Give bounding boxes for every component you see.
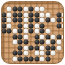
black-stone[interactable] [29, 45, 34, 50]
black-stone[interactable] [29, 56, 34, 61]
white-stone[interactable] [12, 56, 17, 61]
black-stone[interactable] [12, 18, 17, 23]
white-stone[interactable] [23, 18, 28, 23]
white-stone[interactable] [51, 18, 56, 23]
black-stone[interactable] [12, 12, 17, 17]
black-stone[interactable] [18, 29, 23, 34]
black-stone[interactable] [51, 40, 56, 45]
white-stone[interactable] [12, 29, 17, 34]
white-stone[interactable] [23, 29, 28, 34]
black-stone[interactable] [12, 34, 17, 39]
white-stone[interactable] [56, 45, 61, 50]
white-stone[interactable] [23, 34, 28, 39]
white-stone[interactable] [51, 51, 56, 56]
black-stone[interactable] [18, 7, 23, 12]
black-stone[interactable] [1, 12, 6, 17]
black-stone[interactable] [1, 18, 6, 23]
black-stone[interactable] [18, 12, 23, 17]
stones-layer [2, 2, 63, 63]
white-stone[interactable] [40, 56, 45, 61]
white-stone[interactable] [23, 12, 28, 17]
white-stone[interactable] [23, 45, 28, 50]
black-stone[interactable] [18, 34, 23, 39]
white-stone[interactable] [62, 12, 64, 17]
black-stone[interactable] [12, 7, 17, 12]
white-stone[interactable] [40, 18, 45, 23]
black-stone[interactable] [45, 51, 50, 56]
black-stone[interactable] [40, 23, 45, 28]
white-stone[interactable] [7, 12, 12, 17]
white-stone[interactable] [40, 51, 45, 56]
black-stone[interactable] [29, 29, 34, 34]
white-stone[interactable] [62, 34, 64, 39]
black-stone[interactable] [1, 23, 6, 28]
white-stone[interactable] [62, 18, 64, 23]
black-stone[interactable] [45, 56, 50, 61]
white-stone[interactable] [40, 45, 45, 50]
black-stone[interactable] [29, 12, 34, 17]
go-app-icon [0, 0, 65, 65]
white-stone[interactable] [62, 23, 64, 28]
black-stone[interactable] [23, 40, 28, 45]
white-stone[interactable] [34, 23, 39, 28]
white-stone[interactable] [51, 34, 56, 39]
white-stone[interactable] [45, 29, 50, 34]
white-stone[interactable] [23, 51, 28, 56]
black-stone[interactable] [40, 29, 45, 34]
black-stone[interactable] [1, 29, 6, 34]
white-stone[interactable] [45, 40, 50, 45]
white-stone[interactable] [7, 7, 12, 12]
black-stone[interactable] [18, 23, 23, 28]
black-stone[interactable] [18, 56, 23, 61]
white-stone[interactable] [40, 34, 45, 39]
black-stone[interactable] [34, 18, 39, 23]
black-stone[interactable] [18, 18, 23, 23]
white-stone[interactable] [34, 51, 39, 56]
black-stone[interactable] [34, 12, 39, 17]
black-stone[interactable] [34, 45, 39, 50]
black-stone[interactable] [34, 34, 39, 39]
black-stone[interactable] [18, 45, 23, 50]
black-stone[interactable] [45, 18, 50, 23]
white-stone[interactable] [40, 12, 45, 17]
white-stone[interactable] [7, 18, 12, 23]
black-stone[interactable] [56, 12, 61, 17]
black-stone[interactable] [29, 23, 34, 28]
black-stone[interactable] [18, 51, 23, 56]
black-stone[interactable] [34, 56, 39, 61]
black-stone[interactable] [45, 34, 50, 39]
black-stone[interactable] [56, 34, 61, 39]
white-stone[interactable] [7, 23, 12, 28]
black-stone[interactable] [23, 56, 28, 61]
white-stone[interactable] [34, 7, 39, 12]
black-stone[interactable] [56, 23, 61, 28]
black-stone[interactable] [7, 29, 12, 34]
black-stone[interactable] [12, 51, 17, 56]
white-stone[interactable] [45, 12, 50, 17]
black-stone[interactable] [29, 18, 34, 23]
white-stone[interactable] [56, 40, 61, 45]
white-stone[interactable] [23, 7, 28, 12]
black-stone[interactable] [45, 45, 50, 50]
white-stone[interactable] [34, 29, 39, 34]
black-stone[interactable] [51, 45, 56, 50]
black-stone[interactable] [18, 40, 23, 45]
black-stone[interactable] [34, 40, 39, 45]
black-stone[interactable] [40, 40, 45, 45]
black-stone[interactable] [56, 18, 61, 23]
black-stone[interactable] [29, 7, 34, 12]
go-board[interactable] [1, 1, 64, 64]
white-stone[interactable] [40, 7, 45, 12]
white-stone[interactable] [23, 23, 28, 28]
white-stone[interactable] [12, 40, 17, 45]
